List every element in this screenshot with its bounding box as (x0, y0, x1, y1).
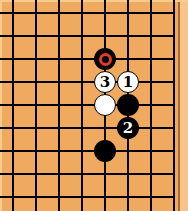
white-stone-move-3: 3 (94, 71, 116, 93)
white-stone-move-1: 1 (117, 71, 139, 93)
black-stone-marked (94, 48, 116, 70)
black-stone (94, 140, 116, 162)
grid-hline (0, 104, 175, 106)
grid-hline (0, 58, 175, 60)
board-edge-side (180, 0, 188, 211)
grid-hline (0, 81, 175, 83)
board-highlight-top (0, 0, 188, 2)
go-board: 312 (0, 0, 188, 211)
grid-hline (0, 127, 175, 129)
black-stone (117, 94, 139, 116)
grid-hline (0, 12, 175, 14)
grid-hline (0, 173, 175, 175)
move-number-label: 2 (123, 121, 133, 136)
move-number-label: 3 (100, 75, 110, 90)
white-stone (94, 94, 116, 116)
grid-hline (0, 196, 175, 198)
move-number-label: 1 (123, 75, 133, 90)
grid-hline (0, 35, 175, 37)
black-stone-move-2: 2 (117, 117, 139, 139)
red-circle-mark-icon (99, 53, 112, 66)
grid-hline (0, 150, 175, 152)
